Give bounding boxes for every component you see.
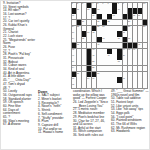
grid-cell[interactable] <box>128 77 133 82</box>
grid-cell[interactable]: 15 <box>72 14 77 19</box>
cell-number: 39 <box>77 43 79 45</box>
grid-cell[interactable] <box>77 66 82 71</box>
grid-cell[interactable] <box>112 20 117 25</box>
black-cell <box>87 3 92 8</box>
down-clue: 36. Sink with rules out <box>73 134 108 138</box>
grid-cell[interactable]: 41 <box>138 43 143 48</box>
grid-cell[interactable] <box>72 20 77 25</box>
grid-cell[interactable] <box>87 43 92 48</box>
grid-cell[interactable] <box>87 20 92 25</box>
grid-cell[interactable] <box>133 31 138 36</box>
grid-cell[interactable] <box>107 37 112 42</box>
grid-cell[interactable] <box>128 72 133 77</box>
grid-cell[interactable] <box>143 60 148 65</box>
grid-cell[interactable]: 9 <box>123 3 128 8</box>
grid-cell[interactable] <box>117 14 122 19</box>
grid-cell[interactable]: 11 <box>77 8 82 13</box>
black-cell <box>128 14 133 19</box>
black-cell <box>87 60 92 65</box>
grid-cell[interactable] <box>133 20 138 25</box>
grid-cell[interactable]: 17 <box>112 14 117 19</box>
cell-number: 60 <box>92 77 94 79</box>
black-cell <box>117 31 122 36</box>
grid-cell[interactable]: 37 <box>117 37 122 42</box>
grid-cell[interactable] <box>138 20 143 25</box>
grid-cell[interactable]: 38 <box>128 37 133 42</box>
grid-cell[interactable] <box>77 31 82 36</box>
cell-number: 42 <box>72 49 74 51</box>
cell-number: 15 <box>72 14 74 16</box>
cell-number: 9 <box>123 3 124 5</box>
cell-number: 33 <box>123 31 125 33</box>
grid-cell[interactable] <box>143 14 148 19</box>
grid-cell[interactable] <box>112 26 117 31</box>
grid-cell[interactable] <box>133 3 138 8</box>
grid-cell[interactable]: 34 <box>72 37 77 42</box>
grid-cell[interactable]: 30 <box>72 31 77 36</box>
black-cell <box>123 26 128 31</box>
cell-number: 57 <box>97 72 99 74</box>
cell-number: 21 <box>97 20 99 22</box>
cell-number: 11 <box>77 8 79 10</box>
grid-cell[interactable]: 51 <box>72 60 77 65</box>
grid-cell[interactable] <box>102 66 107 71</box>
grid-cell[interactable] <box>138 26 143 31</box>
grid-cell[interactable] <box>143 72 148 77</box>
grid-cell[interactable] <box>112 49 117 54</box>
grid-cell[interactable]: 62 <box>72 83 77 88</box>
down-clue-list-3: 49. "___ Great Summer" — 1960s novel and… <box>111 90 149 134</box>
cell-number: 4 <box>92 3 93 5</box>
black-cell <box>72 72 77 77</box>
grid-cell[interactable]: 40 <box>97 43 102 48</box>
grid-cell[interactable]: 55 <box>92 66 97 71</box>
grid-cell[interactable] <box>123 72 128 77</box>
black-cell <box>143 20 148 25</box>
grid-cell[interactable] <box>82 83 87 88</box>
grid-cell[interactable]: 19 <box>138 14 143 19</box>
grid-cell[interactable] <box>117 83 122 88</box>
grid-cell[interactable] <box>82 49 87 54</box>
cell-number: 43 <box>92 49 94 51</box>
grid-cell[interactable] <box>102 14 107 19</box>
grid-cell[interactable] <box>92 43 97 48</box>
grid-cell[interactable] <box>97 83 102 88</box>
grid-cell[interactable] <box>133 54 138 59</box>
grid-cell[interactable] <box>112 72 117 77</box>
grid-cell[interactable] <box>112 31 117 36</box>
grid-cell[interactable] <box>123 20 128 25</box>
black-cell <box>87 54 92 59</box>
grid-cell[interactable] <box>102 60 107 65</box>
grid-cell[interactable]: 32 <box>92 31 97 36</box>
grid-cell[interactable]: 59 <box>87 77 92 82</box>
cell-number: 34 <box>72 37 74 39</box>
grid-cell[interactable] <box>143 54 148 59</box>
cell-number: 12 <box>87 8 89 10</box>
grid-cell[interactable] <box>82 14 87 19</box>
grid-cell[interactable] <box>112 54 117 59</box>
grid-cell[interactable]: 45 <box>128 49 133 54</box>
cell-number: 51 <box>72 60 74 62</box>
grid-cell[interactable]: 21 <box>97 20 102 25</box>
grid-cell[interactable] <box>92 20 97 25</box>
grid-cell[interactable] <box>82 72 87 77</box>
grid-cell[interactable]: 50 <box>123 54 128 59</box>
grid-cell[interactable]: 5 <box>97 3 102 8</box>
grid-cell[interactable]: 26 <box>97 26 102 31</box>
grid-cell[interactable] <box>128 66 133 71</box>
cell-number: 19 <box>138 14 140 16</box>
down-clue-list-1: 1. SALT subject2. Miner's basket3. Recep… <box>38 94 70 134</box>
grid-cell[interactable]: 1 <box>72 3 77 8</box>
grid-cell[interactable] <box>133 66 138 71</box>
black-cell <box>92 8 97 13</box>
grid-cell[interactable] <box>128 3 133 8</box>
cell-number: 16 <box>92 14 94 16</box>
black-cell <box>133 43 138 48</box>
cell-number: 25 <box>77 26 79 28</box>
grid-cell[interactable] <box>102 83 107 88</box>
grid-cell[interactable]: 13 <box>97 8 102 13</box>
black-cell <box>72 43 77 48</box>
grid-cell[interactable] <box>143 66 148 71</box>
grid-cell[interactable] <box>138 54 143 59</box>
grid-cell[interactable] <box>102 43 107 48</box>
grid-cell[interactable] <box>138 83 143 88</box>
grid-cell[interactable] <box>107 72 112 77</box>
cell-number: 44 <box>123 49 125 51</box>
grid-cell[interactable] <box>92 83 97 88</box>
black-cell <box>123 43 128 48</box>
black-cell <box>112 8 117 13</box>
black-cell <box>92 26 97 31</box>
grid-cell[interactable] <box>133 37 138 42</box>
grid-cell[interactable]: 7 <box>107 3 112 8</box>
across-clues-column: 9. Invitation?10. Street symbols14. Elf … <box>3 2 36 127</box>
grid-cell[interactable] <box>102 72 107 77</box>
grid-cell[interactable] <box>128 83 133 88</box>
cell-number: 61 <box>123 77 125 79</box>
grid-cell[interactable] <box>107 8 112 13</box>
grid-cell[interactable] <box>77 77 82 82</box>
grid-cell[interactable]: 28 <box>128 26 133 31</box>
grid-cell[interactable] <box>87 37 92 42</box>
grid-cell[interactable]: 8 <box>117 3 122 8</box>
crossword-grid[interactable]: 1234567891011121314151617181920212223242… <box>71 2 148 89</box>
grid-cell[interactable] <box>102 54 107 59</box>
grid-cell[interactable] <box>143 8 148 13</box>
cell-number: 28 <box>128 26 130 28</box>
cell-number: 35 <box>82 37 84 39</box>
grid-cell[interactable]: 20 <box>82 20 87 25</box>
grid-cell[interactable] <box>77 49 82 54</box>
grid-cell[interactable]: 16 <box>92 14 97 19</box>
cell-number: 38 <box>128 37 130 39</box>
black-cell <box>107 14 112 19</box>
grid-cell[interactable] <box>102 8 107 13</box>
grid-cell[interactable]: 54 <box>72 66 77 71</box>
grid-cell[interactable] <box>77 83 82 88</box>
grid-cell[interactable] <box>102 77 107 82</box>
grid-cell[interactable] <box>123 66 128 71</box>
grid-cell[interactable] <box>102 31 107 36</box>
down-clue: 63. Hoodwink <box>111 130 149 134</box>
grid-cell[interactable] <box>128 60 133 65</box>
grid-cell[interactable]: 43 <box>92 49 97 54</box>
grid-cell[interactable]: 31 <box>87 31 92 36</box>
down-clue: 11. Hawaii's home <box>38 131 70 135</box>
grid-cell[interactable]: 46 <box>133 49 138 54</box>
grid-cell[interactable] <box>82 8 87 13</box>
grid-cell[interactable]: 58 <box>72 77 77 82</box>
grid-cell[interactable] <box>77 54 82 59</box>
cell-number: 17 <box>113 14 115 16</box>
grid-cell[interactable] <box>128 31 133 36</box>
cell-number: 52 <box>92 60 94 62</box>
grid-cell[interactable] <box>97 60 102 65</box>
grid-cell[interactable]: 12 <box>87 8 92 13</box>
grid-cell[interactable] <box>123 60 128 65</box>
grid-cell[interactable] <box>107 31 112 36</box>
crossword-page: 9. Invitation?10. Street symbols14. Elf … <box>0 0 150 150</box>
cell-number: 45 <box>128 49 130 51</box>
grid-cell[interactable]: 25 <box>77 26 82 31</box>
black-cell <box>97 14 102 19</box>
black-cell <box>87 72 92 77</box>
grid-cell[interactable] <box>117 72 122 77</box>
grid-cell[interactable] <box>77 14 82 19</box>
down-clues-column-3: 49. "___ Great Summer" — 1960s novel and… <box>111 90 149 134</box>
cell-number: 54 <box>72 66 74 68</box>
grid-cell[interactable]: 44 <box>123 49 128 54</box>
grid-cell[interactable]: 6 <box>102 3 107 8</box>
grid-cell[interactable]: 35 <box>82 37 87 42</box>
cell-number: 40 <box>97 43 99 45</box>
grid-cell[interactable]: 61 <box>123 77 128 82</box>
cell-number: 62 <box>72 83 74 85</box>
grid-cell[interactable] <box>97 49 102 54</box>
grid-cell[interactable] <box>128 54 133 59</box>
grid-cell[interactable] <box>112 60 117 65</box>
grid-cell[interactable] <box>138 49 143 54</box>
grid-cell[interactable] <box>87 83 92 88</box>
grid-cell[interactable]: 18 <box>133 14 138 19</box>
cell-number: 8 <box>118 3 119 5</box>
grid-cell[interactable]: 24 <box>72 26 77 31</box>
grid-cell[interactable] <box>87 14 92 19</box>
grid-cell[interactable] <box>138 37 143 42</box>
black-cell <box>107 49 112 54</box>
grid-cell[interactable]: 60 <box>92 77 97 82</box>
black-cell <box>117 54 122 59</box>
grid-cell[interactable]: 52 <box>92 60 97 65</box>
grid-cell[interactable]: 2 <box>77 3 82 8</box>
grid-cell[interactable] <box>82 43 87 48</box>
grid-cell[interactable] <box>133 83 138 88</box>
grid-cell[interactable] <box>97 54 102 59</box>
grid-cell[interactable]: 56 <box>77 72 82 77</box>
grid-cell[interactable] <box>143 43 148 48</box>
cell-number: 48 <box>92 54 94 56</box>
grid-cell[interactable] <box>97 66 102 71</box>
black-cell <box>97 37 102 42</box>
grid-cell[interactable] <box>138 72 143 77</box>
grid-cell[interactable]: 57 <box>97 72 102 77</box>
grid-cell[interactable] <box>107 26 112 31</box>
grid-cell[interactable] <box>112 83 117 88</box>
cell-number: 5 <box>97 3 98 5</box>
across-clue: 67. A drowse <box>3 123 36 127</box>
grid-cell[interactable] <box>143 31 148 36</box>
grid-cell[interactable] <box>112 66 117 71</box>
grid-cell[interactable] <box>97 77 102 82</box>
grid-cell[interactable] <box>138 77 143 82</box>
grid-cell[interactable] <box>77 60 82 65</box>
grid-cell[interactable] <box>138 31 143 36</box>
cell-number: 55 <box>92 66 94 68</box>
cell-number: 2 <box>77 3 78 5</box>
grid-cell[interactable]: 47 <box>72 54 77 59</box>
cell-number: 27 <box>102 26 104 28</box>
cell-number: 24 <box>72 26 74 28</box>
grid-cell[interactable]: 29 <box>143 26 148 31</box>
black-cell <box>123 37 128 42</box>
grid-cell[interactable] <box>82 60 87 65</box>
grid-cell[interactable] <box>87 26 92 31</box>
down-clues-column-2: coordination. Which I woke up the pillow… <box>73 90 108 138</box>
grid-cell[interactable] <box>143 37 148 42</box>
grid-cell[interactable] <box>112 37 117 42</box>
grid-cell[interactable] <box>138 66 143 71</box>
grid-cell[interactable] <box>143 49 148 54</box>
black-cell <box>92 72 97 77</box>
cell-number: 26 <box>97 26 99 28</box>
black-cell <box>133 8 138 13</box>
cell-number: 6 <box>102 3 103 5</box>
grid-cell[interactable] <box>143 77 148 82</box>
grid-cell[interactable] <box>82 77 87 82</box>
grid-cell[interactable]: 14 <box>117 8 122 13</box>
cell-number: 37 <box>118 37 120 39</box>
black-cell <box>102 20 107 25</box>
grid-cell[interactable] <box>112 43 117 48</box>
cell-number: 59 <box>87 77 89 79</box>
grid-cell[interactable] <box>77 37 82 42</box>
cell-number: 36 <box>102 37 104 39</box>
black-cell <box>77 20 82 25</box>
black-cell <box>117 49 122 54</box>
grid-cell[interactable]: 42 <box>72 49 77 54</box>
black-cell <box>117 77 122 82</box>
grid-cell[interactable] <box>107 83 112 88</box>
cell-number: 14 <box>118 8 120 10</box>
grid-cell[interactable] <box>82 54 87 59</box>
cell-number: 56 <box>77 72 79 74</box>
clue-continuation-text: coordination. Which I woke up the pillow… <box>73 90 108 101</box>
cell-number: 22 <box>107 20 109 22</box>
grid-cell[interactable]: 4 <box>92 3 97 8</box>
cell-number: 23 <box>128 20 130 22</box>
grid-cell[interactable]: 22 <box>107 20 112 25</box>
grid-cell[interactable] <box>82 26 87 31</box>
grid-cell[interactable] <box>133 72 138 77</box>
cell-number: 13 <box>97 8 99 10</box>
black-cell <box>128 8 133 13</box>
grid-cell[interactable] <box>102 49 107 54</box>
grid-cell[interactable]: 33 <box>123 31 128 36</box>
grid-cell[interactable] <box>138 60 143 65</box>
cell-number: 53 <box>118 60 120 62</box>
grid-cell[interactable] <box>107 77 112 82</box>
cell-number: 47 <box>72 54 74 56</box>
grid-cell[interactable] <box>107 60 112 65</box>
grid-cell[interactable]: 49 <box>107 54 112 59</box>
grid-cell[interactable] <box>143 83 148 88</box>
cell-number: 20 <box>82 20 84 22</box>
grid-cell[interactable] <box>107 43 112 48</box>
black-cell <box>138 8 143 13</box>
grid-cell[interactable]: 27 <box>102 26 107 31</box>
grid-cell[interactable]: 48 <box>92 54 97 59</box>
cell-number: 18 <box>133 14 135 16</box>
cell-number: 30 <box>72 31 74 33</box>
grid-cell[interactable]: 3 <box>82 3 87 8</box>
grid-cell[interactable]: 36 <box>102 37 107 42</box>
grid-cell[interactable] <box>117 26 122 31</box>
grid-cell[interactable] <box>138 3 143 8</box>
cell-number: 46 <box>133 49 135 51</box>
cell-number: 29 <box>143 26 145 28</box>
grid-cell[interactable] <box>123 8 128 13</box>
grid-cell[interactable]: 10 <box>143 3 148 8</box>
black-cell <box>72 8 77 13</box>
grid-cell[interactable] <box>107 66 112 71</box>
down-clues-column-1: Down 1. SALT subject2. Miner's basket3. … <box>38 90 70 135</box>
grid-cell[interactable] <box>133 77 138 82</box>
down-clue-list-2: 26. Led Zeppelin's "Since ___ Been Lovin… <box>73 101 108 137</box>
cell-number: 3 <box>82 3 83 5</box>
grid-cell[interactable] <box>112 77 117 82</box>
black-cell <box>87 66 92 71</box>
grid-cell[interactable]: 39 <box>77 43 82 48</box>
cell-number: 10 <box>143 3 145 5</box>
black-cell <box>128 43 133 48</box>
cell-number: 49 <box>107 54 109 56</box>
grid-cell[interactable]: 53 <box>117 60 122 65</box>
grid-cell[interactable] <box>97 31 102 36</box>
black-cell <box>112 3 117 8</box>
cell-number: 31 <box>87 31 89 33</box>
grid-cell[interactable] <box>133 60 138 65</box>
cell-number: 50 <box>123 54 125 56</box>
grid-cell[interactable]: 23 <box>128 20 133 25</box>
cell-number: 41 <box>138 43 140 45</box>
grid-cell[interactable] <box>82 66 87 71</box>
grid-cell[interactable] <box>117 43 122 48</box>
grid-cell[interactable] <box>117 20 122 25</box>
cell-number: 32 <box>92 31 94 33</box>
grid-cell[interactable] <box>92 37 97 42</box>
cell-number: 7 <box>107 3 108 5</box>
black-cell <box>82 31 87 36</box>
black-cell <box>123 14 128 19</box>
grid-cell[interactable] <box>123 83 128 88</box>
cell-number: 1 <box>72 3 73 5</box>
cell-number: 58 <box>72 77 74 79</box>
grid-cell[interactable] <box>117 66 122 71</box>
grid-cell[interactable] <box>133 26 138 31</box>
